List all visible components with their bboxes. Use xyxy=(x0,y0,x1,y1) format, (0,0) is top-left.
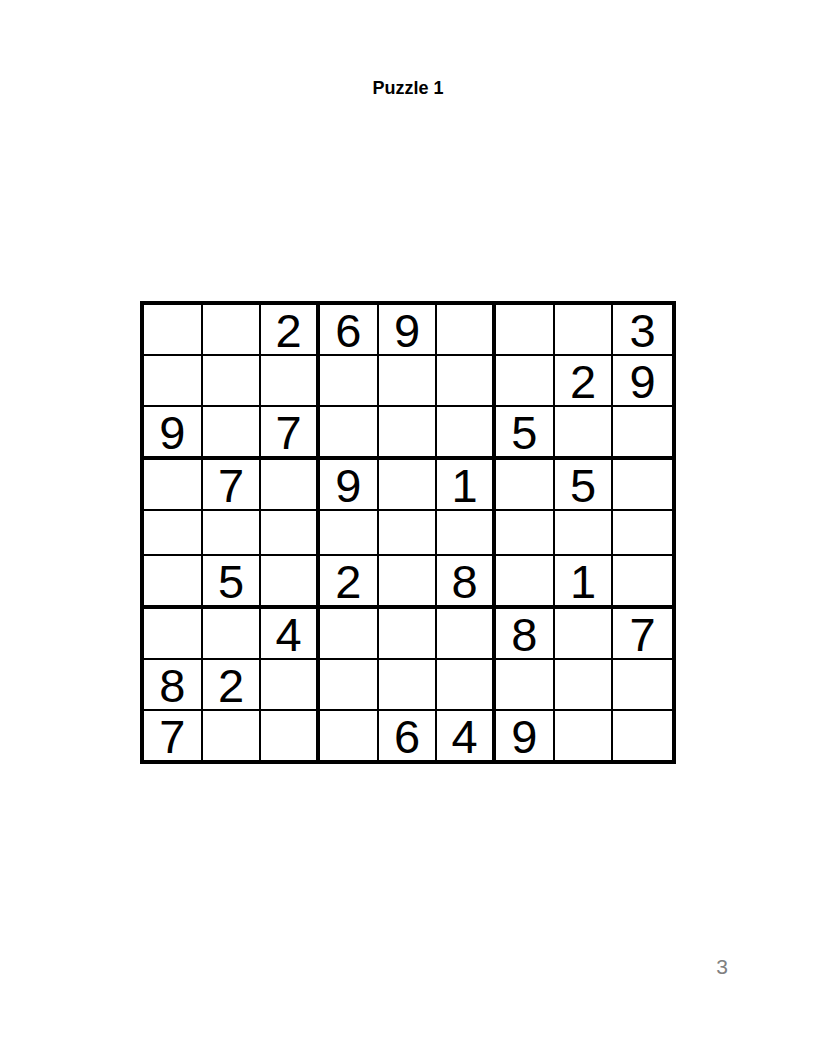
sudoku-cell-r7c5 xyxy=(379,609,438,660)
sudoku-cell-r4c2: 7 xyxy=(203,460,262,511)
sudoku-cell-r7c4 xyxy=(320,609,379,660)
sudoku-cell-r8c6 xyxy=(437,660,496,711)
sudoku-cell-r3c8 xyxy=(555,407,614,460)
sudoku-cell-r8c8 xyxy=(555,660,614,711)
sudoku-cell-r2c7 xyxy=(496,356,555,407)
sudoku-cell-r1c7 xyxy=(496,305,555,356)
sudoku-cell-r2c9: 9 xyxy=(613,356,672,407)
sudoku-cell-r6c7 xyxy=(496,556,555,609)
sudoku-cell-r4c7 xyxy=(496,460,555,511)
sudoku-cell-r9c6: 4 xyxy=(437,711,496,760)
sudoku-cell-r8c3 xyxy=(261,660,320,711)
sudoku-cell-r5c6 xyxy=(437,511,496,556)
sudoku-cell-r5c8 xyxy=(555,511,614,556)
sudoku-cell-r5c2 xyxy=(203,511,262,556)
sudoku-cell-r1c8 xyxy=(555,305,614,356)
puzzle-title: Puzzle 1 xyxy=(0,78,816,99)
sudoku-cell-r1c2 xyxy=(203,305,262,356)
sudoku-cell-r3c9 xyxy=(613,407,672,460)
sudoku-cell-r6c8: 1 xyxy=(555,556,614,609)
sudoku-cell-r8c1: 8 xyxy=(144,660,203,711)
sudoku-cell-r9c1: 7 xyxy=(144,711,203,760)
sudoku-cell-r5c9 xyxy=(613,511,672,556)
sudoku-cell-r6c5 xyxy=(379,556,438,609)
sudoku-cell-r5c5 xyxy=(379,511,438,556)
sudoku-cell-r8c7 xyxy=(496,660,555,711)
sudoku-cell-r1c6 xyxy=(437,305,496,356)
sudoku-cell-r2c5 xyxy=(379,356,438,407)
sudoku-cell-r3c3: 7 xyxy=(261,407,320,460)
sudoku-cell-r3c5 xyxy=(379,407,438,460)
sudoku-cell-r9c7: 9 xyxy=(496,711,555,760)
sudoku-cell-r6c1 xyxy=(144,556,203,609)
sudoku-cell-r3c4 xyxy=(320,407,379,460)
sudoku-cell-r7c3: 4 xyxy=(261,609,320,660)
sudoku-cell-r9c4 xyxy=(320,711,379,760)
sudoku-cell-r1c9: 3 xyxy=(613,305,672,356)
sudoku-board: 26932997579155281487827649 xyxy=(140,301,676,764)
sudoku-cell-r2c4 xyxy=(320,356,379,407)
sudoku-cell-r7c2 xyxy=(203,609,262,660)
sudoku-cell-r5c7 xyxy=(496,511,555,556)
sudoku-cell-r4c3 xyxy=(261,460,320,511)
sudoku-cell-r2c1 xyxy=(144,356,203,407)
sudoku-cell-r8c9 xyxy=(613,660,672,711)
sudoku-cell-r3c1: 9 xyxy=(144,407,203,460)
sudoku-cell-r1c5: 9 xyxy=(379,305,438,356)
sudoku-cell-r5c4 xyxy=(320,511,379,556)
sudoku-cell-r6c6: 8 xyxy=(437,556,496,609)
sudoku-cell-r4c5 xyxy=(379,460,438,511)
sudoku-cell-r7c1 xyxy=(144,609,203,660)
sudoku-cell-r8c2: 2 xyxy=(203,660,262,711)
sudoku-cell-r4c8: 5 xyxy=(555,460,614,511)
sudoku-cell-r3c2 xyxy=(203,407,262,460)
sudoku-cell-r8c4 xyxy=(320,660,379,711)
sudoku-cell-r1c3: 2 xyxy=(261,305,320,356)
sudoku-cell-r6c2: 5 xyxy=(203,556,262,609)
sudoku-cell-r9c9 xyxy=(613,711,672,760)
sudoku-cell-r3c6 xyxy=(437,407,496,460)
page-number: 3 xyxy=(700,955,744,979)
sudoku-cell-r7c9: 7 xyxy=(613,609,672,660)
sudoku-cell-r9c2 xyxy=(203,711,262,760)
sudoku-cell-r9c3 xyxy=(261,711,320,760)
sudoku-cell-r7c8 xyxy=(555,609,614,660)
document-page: Puzzle 1 26932997579155281487827649 3 xyxy=(0,0,816,1056)
sudoku-cell-r5c1 xyxy=(144,511,203,556)
sudoku-cell-r7c6 xyxy=(437,609,496,660)
sudoku-cell-r6c4: 2 xyxy=(320,556,379,609)
sudoku-cell-r4c9 xyxy=(613,460,672,511)
sudoku-cell-r2c3 xyxy=(261,356,320,407)
sudoku-cell-r1c4: 6 xyxy=(320,305,379,356)
sudoku-cell-r8c5 xyxy=(379,660,438,711)
sudoku-cell-r6c9 xyxy=(613,556,672,609)
sudoku-cell-r9c5: 6 xyxy=(379,711,438,760)
sudoku-cell-r2c6 xyxy=(437,356,496,407)
sudoku-cell-r2c2 xyxy=(203,356,262,407)
sudoku-cell-r9c8 xyxy=(555,711,614,760)
sudoku-cell-r4c1 xyxy=(144,460,203,511)
sudoku-cell-r3c7: 5 xyxy=(496,407,555,460)
sudoku-cell-r7c7: 8 xyxy=(496,609,555,660)
sudoku-cell-r5c3 xyxy=(261,511,320,556)
sudoku-cell-r2c8: 2 xyxy=(555,356,614,407)
sudoku-cell-r4c6: 1 xyxy=(437,460,496,511)
sudoku-cell-r6c3 xyxy=(261,556,320,609)
sudoku-cell-r1c1 xyxy=(144,305,203,356)
sudoku-cell-r4c4: 9 xyxy=(320,460,379,511)
